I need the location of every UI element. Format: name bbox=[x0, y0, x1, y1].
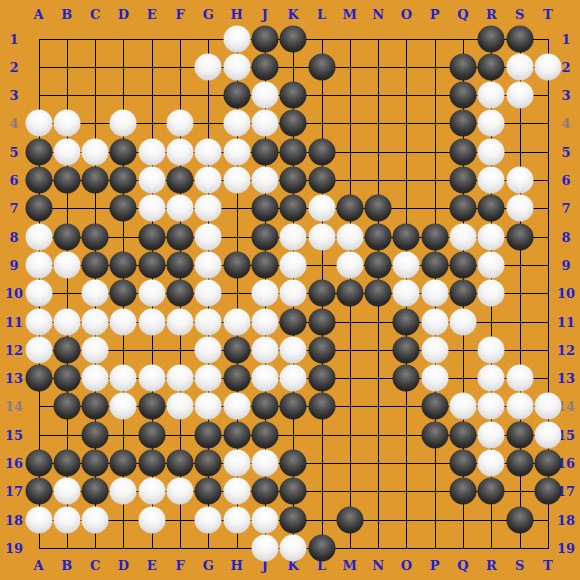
col-label-top-M: M bbox=[343, 7, 357, 22]
col-label-bottom-S: S bbox=[515, 558, 524, 573]
col-label-top-R: R bbox=[486, 7, 497, 22]
white-stone-T14[interactable] bbox=[534, 393, 561, 420]
black-stone-J17[interactable] bbox=[251, 478, 278, 505]
row-label-left-7: 7 bbox=[9, 201, 18, 216]
white-stone-J6[interactable] bbox=[251, 167, 278, 194]
white-stone-L8[interactable] bbox=[308, 223, 335, 250]
row-label-left-4: 4 bbox=[9, 116, 18, 131]
white-stone-E11[interactable] bbox=[138, 308, 165, 335]
white-stone-S7[interactable] bbox=[506, 195, 533, 222]
row-label-right-3: 3 bbox=[561, 88, 570, 103]
white-stone-G11[interactable] bbox=[195, 308, 222, 335]
white-stone-R13[interactable] bbox=[478, 365, 505, 392]
black-stone-E14[interactable] bbox=[138, 393, 165, 420]
white-stone-C18[interactable] bbox=[82, 506, 109, 533]
white-stone-G10[interactable] bbox=[195, 280, 222, 307]
black-stone-N9[interactable] bbox=[365, 251, 392, 278]
black-stone-D5[interactable] bbox=[110, 138, 137, 165]
black-stone-Q17[interactable] bbox=[450, 478, 477, 505]
black-stone-D6[interactable] bbox=[110, 167, 137, 194]
row-label-left-15: 15 bbox=[5, 427, 23, 442]
black-stone-H9[interactable] bbox=[223, 251, 250, 278]
row-label-left-3: 3 bbox=[9, 88, 18, 103]
black-stone-O8[interactable] bbox=[393, 223, 420, 250]
black-stone-K1[interactable] bbox=[280, 25, 307, 52]
black-stone-E8[interactable] bbox=[138, 223, 165, 250]
black-stone-A7[interactable] bbox=[25, 195, 52, 222]
white-stone-F14[interactable] bbox=[167, 393, 194, 420]
row-label-left-2: 2 bbox=[9, 59, 18, 74]
black-stone-L2[interactable] bbox=[308, 53, 335, 80]
black-stone-B6[interactable] bbox=[53, 167, 80, 194]
black-stone-P15[interactable] bbox=[421, 421, 448, 448]
black-stone-O13[interactable] bbox=[393, 365, 420, 392]
black-stone-S16[interactable] bbox=[506, 450, 533, 477]
col-label-bottom-D: D bbox=[118, 558, 129, 573]
black-stone-F8[interactable] bbox=[167, 223, 194, 250]
black-stone-K7[interactable] bbox=[280, 195, 307, 222]
white-stone-H11[interactable] bbox=[223, 308, 250, 335]
black-stone-Q2[interactable] bbox=[450, 53, 477, 80]
row-label-left-16: 16 bbox=[5, 456, 23, 471]
black-stone-G17[interactable] bbox=[195, 478, 222, 505]
row-label-left-14: 14 bbox=[5, 399, 23, 414]
col-label-bottom-F: F bbox=[175, 558, 184, 573]
white-stone-F7[interactable] bbox=[167, 195, 194, 222]
white-stone-H17[interactable] bbox=[223, 478, 250, 505]
col-label-top-P: P bbox=[430, 7, 440, 22]
col-label-bottom-A: A bbox=[33, 558, 43, 573]
col-label-top-N: N bbox=[372, 7, 384, 22]
black-stone-C8[interactable] bbox=[82, 223, 109, 250]
col-label-bottom-R: R bbox=[486, 558, 497, 573]
white-stone-T2[interactable] bbox=[534, 53, 561, 80]
white-stone-K12[interactable] bbox=[280, 336, 307, 363]
row-label-right-19: 19 bbox=[557, 540, 575, 555]
row-label-right-7: 7 bbox=[561, 201, 570, 216]
black-stone-N10[interactable] bbox=[365, 280, 392, 307]
white-stone-P11[interactable] bbox=[421, 308, 448, 335]
white-stone-G12[interactable] bbox=[195, 336, 222, 363]
black-stone-J9[interactable] bbox=[251, 251, 278, 278]
black-stone-J1[interactable] bbox=[251, 25, 278, 52]
white-stone-R15[interactable] bbox=[478, 421, 505, 448]
black-stone-F6[interactable] bbox=[167, 167, 194, 194]
col-label-top-D: D bbox=[118, 7, 129, 22]
row-label-right-18: 18 bbox=[557, 512, 575, 527]
white-stone-H4[interactable] bbox=[223, 110, 250, 137]
black-stone-L14[interactable] bbox=[308, 393, 335, 420]
black-stone-A13[interactable] bbox=[25, 365, 52, 392]
white-stone-G9[interactable] bbox=[195, 251, 222, 278]
black-stone-N8[interactable] bbox=[365, 223, 392, 250]
black-stone-D9[interactable] bbox=[110, 251, 137, 278]
white-stone-R16[interactable] bbox=[478, 450, 505, 477]
black-stone-L5[interactable] bbox=[308, 138, 335, 165]
black-stone-L11[interactable] bbox=[308, 308, 335, 335]
white-stone-E13[interactable] bbox=[138, 365, 165, 392]
black-stone-S1[interactable] bbox=[506, 25, 533, 52]
black-stone-S8[interactable] bbox=[506, 223, 533, 250]
black-stone-R17[interactable] bbox=[478, 478, 505, 505]
white-stone-A9[interactable] bbox=[25, 251, 52, 278]
white-stone-J12[interactable] bbox=[251, 336, 278, 363]
white-stone-B5[interactable] bbox=[53, 138, 80, 165]
black-stone-E9[interactable] bbox=[138, 251, 165, 278]
white-stone-R9[interactable] bbox=[478, 251, 505, 278]
black-stone-B12[interactable] bbox=[53, 336, 80, 363]
black-stone-Q16[interactable] bbox=[450, 450, 477, 477]
white-stone-B4[interactable] bbox=[53, 110, 80, 137]
col-label-bottom-B: B bbox=[61, 558, 72, 573]
black-stone-A6[interactable] bbox=[25, 167, 52, 194]
white-stone-S3[interactable] bbox=[506, 82, 533, 109]
black-stone-Q10[interactable] bbox=[450, 280, 477, 307]
white-stone-G13[interactable] bbox=[195, 365, 222, 392]
white-stone-C11[interactable] bbox=[82, 308, 109, 335]
row-label-left-12: 12 bbox=[5, 342, 23, 357]
white-stone-E6[interactable] bbox=[138, 167, 165, 194]
black-stone-E16[interactable] bbox=[138, 450, 165, 477]
black-stone-H13[interactable] bbox=[223, 365, 250, 392]
col-label-bottom-M: M bbox=[343, 558, 357, 573]
black-stone-J2[interactable] bbox=[251, 53, 278, 80]
black-stone-H12[interactable] bbox=[223, 336, 250, 363]
row-label-right-8: 8 bbox=[561, 229, 570, 244]
row-label-left-10: 10 bbox=[5, 286, 23, 301]
white-stone-E7[interactable] bbox=[138, 195, 165, 222]
white-stone-J3[interactable] bbox=[251, 82, 278, 109]
black-stone-T16[interactable] bbox=[534, 450, 561, 477]
white-stone-G2[interactable] bbox=[195, 53, 222, 80]
black-stone-J8[interactable] bbox=[251, 223, 278, 250]
black-stone-C15[interactable] bbox=[82, 421, 109, 448]
black-stone-N7[interactable] bbox=[365, 195, 392, 222]
black-stone-B16[interactable] bbox=[53, 450, 80, 477]
white-stone-A4[interactable] bbox=[25, 110, 52, 137]
row-label-left-18: 18 bbox=[5, 512, 23, 527]
white-stone-R14[interactable] bbox=[478, 393, 505, 420]
white-stone-J16[interactable] bbox=[251, 450, 278, 477]
black-stone-O12[interactable] bbox=[393, 336, 420, 363]
white-stone-P10[interactable] bbox=[421, 280, 448, 307]
black-stone-C9[interactable] bbox=[82, 251, 109, 278]
col-label-bottom-P: P bbox=[430, 558, 440, 573]
white-stone-D14[interactable] bbox=[110, 393, 137, 420]
black-stone-J7[interactable] bbox=[251, 195, 278, 222]
col-label-top-H: H bbox=[230, 7, 242, 22]
white-stone-S14[interactable] bbox=[506, 393, 533, 420]
black-stone-R2[interactable] bbox=[478, 53, 505, 80]
row-label-left-6: 6 bbox=[9, 173, 18, 188]
black-stone-P9[interactable] bbox=[421, 251, 448, 278]
black-stone-L19[interactable] bbox=[308, 534, 335, 561]
black-stone-Q4[interactable] bbox=[450, 110, 477, 137]
black-stone-Q7[interactable] bbox=[450, 195, 477, 222]
row-label-left-5: 5 bbox=[9, 144, 18, 159]
white-stone-A11[interactable] bbox=[25, 308, 52, 335]
white-stone-R8[interactable] bbox=[478, 223, 505, 250]
white-stone-G7[interactable] bbox=[195, 195, 222, 222]
white-stone-G8[interactable] bbox=[195, 223, 222, 250]
white-stone-H14[interactable] bbox=[223, 393, 250, 420]
black-stone-K11[interactable] bbox=[280, 308, 307, 335]
black-stone-B14[interactable] bbox=[53, 393, 80, 420]
row-label-left-13: 13 bbox=[5, 371, 23, 386]
white-stone-H1[interactable] bbox=[223, 25, 250, 52]
white-stone-P13[interactable] bbox=[421, 365, 448, 392]
black-stone-Q9[interactable] bbox=[450, 251, 477, 278]
white-stone-E10[interactable] bbox=[138, 280, 165, 307]
white-stone-C12[interactable] bbox=[82, 336, 109, 363]
white-stone-R12[interactable] bbox=[478, 336, 505, 363]
white-stone-Q11[interactable] bbox=[450, 308, 477, 335]
black-stone-A16[interactable] bbox=[25, 450, 52, 477]
black-stone-L6[interactable] bbox=[308, 167, 335, 194]
white-stone-B9[interactable] bbox=[53, 251, 80, 278]
white-stone-J4[interactable] bbox=[251, 110, 278, 137]
black-stone-J5[interactable] bbox=[251, 138, 278, 165]
black-stone-K6[interactable] bbox=[280, 167, 307, 194]
black-stone-R1[interactable] bbox=[478, 25, 505, 52]
black-stone-L10[interactable] bbox=[308, 280, 335, 307]
col-label-bottom-H: H bbox=[230, 558, 242, 573]
black-stone-J14[interactable] bbox=[251, 393, 278, 420]
black-stone-S15[interactable] bbox=[506, 421, 533, 448]
white-stone-B18[interactable] bbox=[53, 506, 80, 533]
row-label-right-5: 5 bbox=[561, 144, 570, 159]
white-stone-H6[interactable] bbox=[223, 167, 250, 194]
black-stone-D7[interactable] bbox=[110, 195, 137, 222]
col-label-top-E: E bbox=[147, 7, 157, 22]
white-stone-B11[interactable] bbox=[53, 308, 80, 335]
black-stone-G15[interactable] bbox=[195, 421, 222, 448]
white-stone-Q8[interactable] bbox=[450, 223, 477, 250]
black-stone-F10[interactable] bbox=[167, 280, 194, 307]
row-label-right-6: 6 bbox=[561, 173, 570, 188]
col-label-top-Q: Q bbox=[457, 7, 468, 22]
col-label-top-T: T bbox=[543, 7, 553, 22]
black-stone-A17[interactable] bbox=[25, 478, 52, 505]
black-stone-K3[interactable] bbox=[280, 82, 307, 109]
white-stone-F4[interactable] bbox=[167, 110, 194, 137]
col-label-top-F: F bbox=[175, 7, 184, 22]
white-stone-K19[interactable] bbox=[280, 534, 307, 561]
white-stone-G14[interactable] bbox=[195, 393, 222, 420]
row-label-right-1: 1 bbox=[561, 31, 570, 46]
col-label-top-O: O bbox=[401, 7, 412, 22]
black-stone-Q6[interactable] bbox=[450, 167, 477, 194]
white-stone-M9[interactable] bbox=[336, 251, 363, 278]
row-label-right-4: 4 bbox=[561, 116, 570, 131]
white-stone-C13[interactable] bbox=[82, 365, 109, 392]
white-stone-T15[interactable] bbox=[534, 421, 561, 448]
white-stone-H18[interactable] bbox=[223, 506, 250, 533]
black-stone-M7[interactable] bbox=[336, 195, 363, 222]
white-stone-S6[interactable] bbox=[506, 167, 533, 194]
black-stone-P8[interactable] bbox=[421, 223, 448, 250]
black-stone-C6[interactable] bbox=[82, 167, 109, 194]
row-label-right-11: 11 bbox=[557, 314, 575, 329]
white-stone-E5[interactable] bbox=[138, 138, 165, 165]
black-stone-L13[interactable] bbox=[308, 365, 335, 392]
white-stone-J11[interactable] bbox=[251, 308, 278, 335]
white-stone-K8[interactable] bbox=[280, 223, 307, 250]
white-stone-A18[interactable] bbox=[25, 506, 52, 533]
black-stone-E15[interactable] bbox=[138, 421, 165, 448]
row-label-left-9: 9 bbox=[9, 257, 18, 272]
white-stone-E18[interactable] bbox=[138, 506, 165, 533]
white-stone-C10[interactable] bbox=[82, 280, 109, 307]
black-stone-B13[interactable] bbox=[53, 365, 80, 392]
white-stone-O10[interactable] bbox=[393, 280, 420, 307]
row-label-left-11: 11 bbox=[5, 314, 23, 329]
row-label-left-19: 19 bbox=[5, 540, 23, 555]
col-label-bottom-G: G bbox=[203, 558, 214, 573]
black-stone-T17[interactable] bbox=[534, 478, 561, 505]
col-label-bottom-C: C bbox=[90, 558, 100, 573]
white-stone-J10[interactable] bbox=[251, 280, 278, 307]
black-stone-K5[interactable] bbox=[280, 138, 307, 165]
black-stone-R7[interactable] bbox=[478, 195, 505, 222]
black-stone-H15[interactable] bbox=[223, 421, 250, 448]
row-label-left-1: 1 bbox=[9, 31, 18, 46]
white-stone-J13[interactable] bbox=[251, 365, 278, 392]
col-label-top-S: S bbox=[515, 7, 524, 22]
col-label-top-B: B bbox=[61, 7, 72, 22]
white-stone-E17[interactable] bbox=[138, 478, 165, 505]
black-stone-Q15[interactable] bbox=[450, 421, 477, 448]
white-stone-C5[interactable] bbox=[82, 138, 109, 165]
row-label-right-9: 9 bbox=[561, 257, 570, 272]
white-stone-O9[interactable] bbox=[393, 251, 420, 278]
col-label-top-A: A bbox=[33, 7, 43, 22]
white-stone-Q14[interactable] bbox=[450, 393, 477, 420]
black-stone-F16[interactable] bbox=[167, 450, 194, 477]
white-stone-G6[interactable] bbox=[195, 167, 222, 194]
black-stone-Q5[interactable] bbox=[450, 138, 477, 165]
white-stone-G18[interactable] bbox=[195, 506, 222, 533]
black-stone-G16[interactable] bbox=[195, 450, 222, 477]
black-stone-B8[interactable] bbox=[53, 223, 80, 250]
col-label-bottom-O: O bbox=[401, 558, 412, 573]
col-label-top-L: L bbox=[317, 7, 326, 22]
white-stone-K13[interactable] bbox=[280, 365, 307, 392]
row-label-right-12: 12 bbox=[557, 342, 575, 357]
white-stone-R4[interactable] bbox=[478, 110, 505, 137]
white-stone-S2[interactable] bbox=[506, 53, 533, 80]
white-stone-K9[interactable] bbox=[280, 251, 307, 278]
white-stone-A8[interactable] bbox=[25, 223, 52, 250]
black-stone-K17[interactable] bbox=[280, 478, 307, 505]
row-label-left-17: 17 bbox=[5, 484, 23, 499]
white-stone-R6[interactable] bbox=[478, 167, 505, 194]
col-label-bottom-N: N bbox=[372, 558, 384, 573]
row-label-right-13: 13 bbox=[557, 371, 575, 386]
col-label-bottom-Q: Q bbox=[457, 558, 468, 573]
black-stone-A5[interactable] bbox=[25, 138, 52, 165]
white-stone-J19[interactable] bbox=[251, 534, 278, 561]
white-stone-A10[interactable] bbox=[25, 280, 52, 307]
col-label-top-J: J bbox=[262, 7, 268, 22]
black-stone-Q3[interactable] bbox=[450, 82, 477, 109]
white-stone-H16[interactable] bbox=[223, 450, 250, 477]
white-stone-B17[interactable] bbox=[53, 478, 80, 505]
black-stone-F9[interactable] bbox=[167, 251, 194, 278]
black-stone-O11[interactable] bbox=[393, 308, 420, 335]
row-label-right-2: 2 bbox=[561, 59, 570, 74]
white-stone-D17[interactable] bbox=[110, 478, 137, 505]
white-stone-R3[interactable] bbox=[478, 82, 505, 109]
black-stone-J15[interactable] bbox=[251, 421, 278, 448]
go-board[interactable]: AABBCCDDEEFFGGHHJJKKLLMMNNOOPPQQRRSSTT11… bbox=[0, 0, 580, 580]
row-label-right-10: 10 bbox=[557, 286, 575, 301]
white-stone-K10[interactable] bbox=[280, 280, 307, 307]
black-stone-C17[interactable] bbox=[82, 478, 109, 505]
white-stone-L7[interactable] bbox=[308, 195, 335, 222]
white-stone-R5[interactable] bbox=[478, 138, 505, 165]
col-label-bottom-E: E bbox=[147, 558, 157, 573]
white-stone-F11[interactable] bbox=[167, 308, 194, 335]
col-label-top-G: G bbox=[203, 7, 214, 22]
white-stone-D11[interactable] bbox=[110, 308, 137, 335]
black-stone-L12[interactable] bbox=[308, 336, 335, 363]
black-stone-M18[interactable] bbox=[336, 506, 363, 533]
black-stone-K16[interactable] bbox=[280, 450, 307, 477]
white-stone-H5[interactable] bbox=[223, 138, 250, 165]
white-stone-D4[interactable] bbox=[110, 110, 137, 137]
white-stone-H2[interactable] bbox=[223, 53, 250, 80]
black-stone-D10[interactable] bbox=[110, 280, 137, 307]
white-stone-S13[interactable] bbox=[506, 365, 533, 392]
white-stone-A12[interactable] bbox=[25, 336, 52, 363]
black-stone-M10[interactable] bbox=[336, 280, 363, 307]
black-stone-K18[interactable] bbox=[280, 506, 307, 533]
col-label-bottom-T: T bbox=[543, 558, 553, 573]
white-stone-M8[interactable] bbox=[336, 223, 363, 250]
row-label-left-8: 8 bbox=[9, 229, 18, 244]
white-stone-D13[interactable] bbox=[110, 365, 137, 392]
black-stone-H3[interactable] bbox=[223, 82, 250, 109]
white-stone-R10[interactable] bbox=[478, 280, 505, 307]
white-stone-F5[interactable] bbox=[167, 138, 194, 165]
black-stone-C16[interactable] bbox=[82, 450, 109, 477]
black-stone-K14[interactable] bbox=[280, 393, 307, 420]
white-stone-F13[interactable] bbox=[167, 365, 194, 392]
white-stone-J18[interactable] bbox=[251, 506, 278, 533]
black-stone-C14[interactable] bbox=[82, 393, 109, 420]
black-stone-D16[interactable] bbox=[110, 450, 137, 477]
white-stone-F17[interactable] bbox=[167, 478, 194, 505]
white-stone-G5[interactable] bbox=[195, 138, 222, 165]
col-label-top-C: C bbox=[90, 7, 100, 22]
white-stone-P12[interactable] bbox=[421, 336, 448, 363]
col-label-top-K: K bbox=[288, 7, 299, 22]
black-stone-S18[interactable] bbox=[506, 506, 533, 533]
black-stone-P14[interactable] bbox=[421, 393, 448, 420]
black-stone-K4[interactable] bbox=[280, 110, 307, 137]
